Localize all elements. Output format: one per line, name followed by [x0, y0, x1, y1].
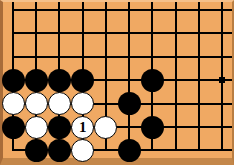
black-stone: [25, 139, 48, 162]
black-stone: [48, 139, 71, 162]
white-stone: [71, 139, 94, 162]
white-stone: [94, 116, 117, 139]
black-stone: [25, 69, 48, 92]
black-stone: [48, 116, 71, 139]
go-diagram: 1: [0, 0, 234, 165]
black-stone: [71, 69, 94, 92]
black-stone: [141, 116, 164, 139]
go-board[interactable]: 1: [3, 2, 232, 158]
black-stone: [118, 92, 141, 115]
white-stone: [25, 116, 48, 139]
star-point: [219, 77, 225, 83]
black-stone: [118, 139, 141, 162]
white-stone: [2, 92, 25, 115]
white-stone: [25, 92, 48, 115]
black-stone: [141, 69, 164, 92]
white-stone: [48, 92, 71, 115]
black-stone: [2, 116, 25, 139]
black-stone: [2, 69, 25, 92]
move-number-label: 1: [79, 119, 87, 134]
black-stone: [48, 69, 71, 92]
white-stone-move-1: 1: [71, 116, 94, 139]
